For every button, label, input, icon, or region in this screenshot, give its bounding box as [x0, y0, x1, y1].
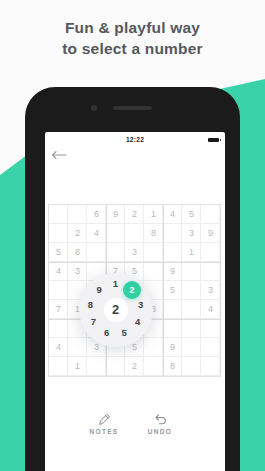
picker-digit-1[interactable]: 1: [107, 275, 125, 293]
grid-cell[interactable]: 4: [49, 262, 68, 281]
grid-cell[interactable]: [125, 224, 144, 243]
back-arrow-icon: [51, 150, 69, 160]
box-divider: [49, 262, 220, 263]
grid-cell[interactable]: [201, 319, 220, 338]
undo-arrow-icon: [138, 412, 182, 426]
grid-cell[interactable]: 5: [163, 281, 182, 300]
grid-cell[interactable]: [182, 300, 201, 319]
grid-cell[interactable]: 1: [144, 205, 163, 224]
notes-button[interactable]: NOTES: [82, 412, 126, 435]
grid-cell[interactable]: 3: [68, 262, 87, 281]
grid-cell[interactable]: [163, 224, 182, 243]
battery-icon: [208, 138, 219, 143]
grid-cell[interactable]: 6: [87, 205, 106, 224]
grid-cell[interactable]: 5: [49, 243, 68, 262]
grid-cell[interactable]: 4: [201, 300, 220, 319]
grid-cell[interactable]: 7: [49, 300, 68, 319]
grid-cell[interactable]: 8: [144, 224, 163, 243]
grid-cell[interactable]: [49, 224, 68, 243]
grid-cell[interactable]: [106, 224, 125, 243]
statusbar-clock: 12:22: [45, 136, 225, 143]
title-line-1: Fun & playful way: [65, 19, 200, 36]
grid-cell[interactable]: 9: [163, 338, 182, 357]
box-divider: [163, 205, 164, 376]
grid-cell[interactable]: 1: [182, 243, 201, 262]
grid-cell[interactable]: [201, 243, 220, 262]
grid-cell[interactable]: 9: [106, 205, 125, 224]
grid-cell[interactable]: [87, 357, 106, 376]
grid-cell[interactable]: [68, 338, 87, 357]
grid-cell[interactable]: [106, 357, 125, 376]
grid-cell[interactable]: 9: [163, 262, 182, 281]
grid-cell[interactable]: [87, 243, 106, 262]
undo-label: UNDO: [138, 428, 182, 435]
grid-cell[interactable]: 8: [163, 357, 182, 376]
grid-cell[interactable]: 2: [68, 224, 87, 243]
grid-cell[interactable]: [182, 338, 201, 357]
grid-cell[interactable]: [163, 300, 182, 319]
grid-cell[interactable]: 4: [49, 338, 68, 357]
grid-cell[interactable]: [182, 281, 201, 300]
grid-cell[interactable]: [163, 319, 182, 338]
grid-cell[interactable]: [201, 205, 220, 224]
grid-cell[interactable]: [144, 243, 163, 262]
grid-cell[interactable]: 2: [125, 357, 144, 376]
picker-digit-3[interactable]: 3: [132, 296, 150, 314]
grid-cell[interactable]: [49, 205, 68, 224]
grid-cell[interactable]: 2: [125, 205, 144, 224]
page-title: Fun & playful way to select a number: [0, 17, 265, 59]
grid-cell[interactable]: 3: [182, 224, 201, 243]
title-line-2: to select a number: [62, 40, 203, 57]
grid-cell[interactable]: [144, 338, 163, 357]
grid-cell[interactable]: [201, 262, 220, 281]
back-button[interactable]: [51, 150, 69, 162]
picker-digit-9[interactable]: 9: [90, 281, 108, 299]
notes-label: NOTES: [82, 428, 126, 435]
app-screen: 12:22 692145248395831437595371344359128 …: [45, 132, 225, 471]
grid-cell[interactable]: [163, 243, 182, 262]
grid-cell[interactable]: 8: [68, 243, 87, 262]
speaker-slot: [113, 106, 152, 110]
grid-cell[interactable]: 4: [87, 224, 106, 243]
grid-cell[interactable]: 3: [201, 281, 220, 300]
grid-cell[interactable]: [49, 357, 68, 376]
grid-cell[interactable]: [182, 319, 201, 338]
grid-cell[interactable]: [182, 357, 201, 376]
grid-cell[interactable]: [106, 243, 125, 262]
grid-cell[interactable]: [49, 319, 68, 338]
grid-cell[interactable]: [144, 262, 163, 281]
grid-cell[interactable]: [144, 357, 163, 376]
grid-cell[interactable]: [201, 338, 220, 357]
grid-cell[interactable]: [68, 205, 87, 224]
grid-cell[interactable]: 4: [163, 205, 182, 224]
grid-cell[interactable]: 5: [182, 205, 201, 224]
grid-cell[interactable]: 1: [68, 357, 87, 376]
grid-cell[interactable]: 3: [125, 243, 144, 262]
camera-icon: [91, 105, 97, 111]
picker-center-value: 2: [104, 298, 128, 322]
grid-cell[interactable]: [49, 281, 68, 300]
undo-button[interactable]: UNDO: [138, 412, 182, 435]
phone-mockup: 12:22 692145248395831437595371344359128 …: [25, 87, 240, 471]
pencil-icon: [82, 412, 126, 426]
grid-cell[interactable]: [201, 357, 220, 376]
grid-cell[interactable]: [182, 262, 201, 281]
grid-cell[interactable]: 9: [201, 224, 220, 243]
